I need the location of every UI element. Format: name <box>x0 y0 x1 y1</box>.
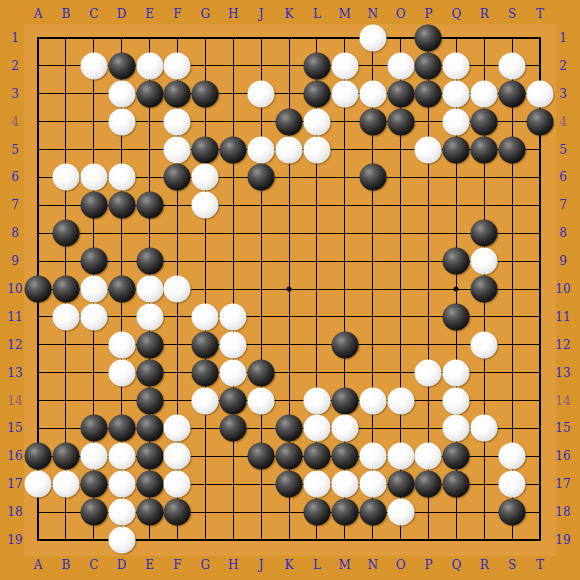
stone-black-D15 <box>108 415 135 442</box>
column-label-bottom-K: K <box>285 559 294 571</box>
stone-white-N14 <box>359 387 386 414</box>
column-label-top-N: N <box>367 8 378 20</box>
stone-white-E10 <box>136 276 163 303</box>
stone-white-D19 <box>108 527 135 554</box>
stone-black-D7 <box>108 192 135 219</box>
stone-white-N3 <box>359 80 386 107</box>
row-label-left-6: 6 <box>11 171 19 183</box>
stone-white-S17 <box>499 471 526 498</box>
stone-white-F15 <box>164 415 191 442</box>
stone-white-R3 <box>471 80 498 107</box>
stone-white-B17 <box>52 471 79 498</box>
stone-white-G11 <box>192 303 219 330</box>
row-label-left-19: 19 <box>7 534 22 546</box>
row-label-right-9: 9 <box>559 255 567 267</box>
stone-white-C16 <box>80 443 107 470</box>
row-label-left-2: 2 <box>11 60 19 72</box>
stone-black-K17 <box>276 471 303 498</box>
column-label-bottom-Q: Q <box>451 559 461 571</box>
stone-black-J13 <box>248 359 275 386</box>
stone-black-B8 <box>52 220 79 247</box>
stone-white-D17 <box>108 471 135 498</box>
stone-white-L14 <box>303 387 330 414</box>
stone-black-E9 <box>136 248 163 275</box>
stone-black-B16 <box>52 443 79 470</box>
row-label-left-18: 18 <box>7 506 22 518</box>
stone-white-Q14 <box>443 387 470 414</box>
row-label-left-7: 7 <box>11 199 19 211</box>
stone-white-O2 <box>387 52 414 79</box>
stone-black-J6 <box>248 164 275 191</box>
stone-black-E12 <box>136 331 163 358</box>
stone-black-E13 <box>136 359 163 386</box>
stone-white-J3 <box>248 80 275 107</box>
column-label-bottom-F: F <box>173 559 181 571</box>
stone-white-Q3 <box>443 80 470 107</box>
stone-white-A17 <box>25 471 52 498</box>
stone-black-A16 <box>25 443 52 470</box>
stone-white-C10 <box>80 276 107 303</box>
stone-white-L15 <box>303 415 330 442</box>
stone-black-L16 <box>303 443 330 470</box>
stone-black-F6 <box>164 164 191 191</box>
stone-black-S5 <box>499 136 526 163</box>
row-label-right-8: 8 <box>559 227 567 239</box>
stone-white-S2 <box>499 52 526 79</box>
stone-black-R8 <box>471 220 498 247</box>
column-label-top-J: J <box>259 8 264 20</box>
row-label-right-2: 2 <box>559 60 567 72</box>
stone-black-L18 <box>303 499 330 526</box>
column-label-top-A: A <box>34 8 43 20</box>
row-label-right-14: 14 <box>555 395 570 407</box>
stone-black-M18 <box>331 499 358 526</box>
stone-black-P3 <box>415 80 442 107</box>
row-label-right-11: 11 <box>555 311 570 323</box>
stone-black-F18 <box>164 499 191 526</box>
row-label-left-1: 1 <box>11 32 19 44</box>
row-label-left-4: 4 <box>11 116 19 128</box>
row-label-right-3: 3 <box>559 88 567 100</box>
stone-white-G14 <box>192 387 219 414</box>
stone-black-C15 <box>80 415 107 442</box>
row-label-right-13: 13 <box>555 367 570 379</box>
row-label-left-13: 13 <box>7 367 22 379</box>
row-label-left-17: 17 <box>7 478 22 490</box>
stone-white-T3 <box>527 80 554 107</box>
stone-black-R4 <box>471 108 498 135</box>
column-label-bottom-E: E <box>145 559 154 571</box>
column-label-bottom-B: B <box>61 559 70 571</box>
stone-black-E18 <box>136 499 163 526</box>
row-label-left-12: 12 <box>7 339 22 351</box>
stone-white-B11 <box>52 303 79 330</box>
row-label-right-17: 17 <box>555 478 570 490</box>
row-label-left-15: 15 <box>7 422 22 434</box>
row-label-right-4: 4 <box>559 116 567 128</box>
row-label-left-8: 8 <box>11 227 19 239</box>
column-label-bottom-C: C <box>89 559 98 571</box>
column-label-top-B: B <box>61 8 70 20</box>
stone-white-N16 <box>359 443 386 470</box>
stone-white-Q15 <box>443 415 470 442</box>
column-label-bottom-R: R <box>480 559 489 571</box>
stone-black-E17 <box>136 471 163 498</box>
stone-black-K4 <box>276 108 303 135</box>
stone-white-R12 <box>471 331 498 358</box>
stone-black-H15 <box>220 415 247 442</box>
stone-white-L17 <box>303 471 330 498</box>
stone-white-P13 <box>415 359 442 386</box>
column-label-bottom-O: O <box>396 559 406 571</box>
stone-black-G13 <box>192 359 219 386</box>
column-label-top-E: E <box>145 8 154 20</box>
column-label-bottom-H: H <box>228 559 238 571</box>
stone-black-J16 <box>248 443 275 470</box>
row-label-right-19: 19 <box>555 534 570 546</box>
stone-white-J14 <box>248 387 275 414</box>
stone-white-R9 <box>471 248 498 275</box>
column-label-bottom-T: T <box>536 559 544 571</box>
column-label-top-T: T <box>536 8 544 20</box>
stone-black-O4 <box>387 108 414 135</box>
column-label-top-K: K <box>285 8 294 20</box>
stone-white-Q4 <box>443 108 470 135</box>
stone-black-F3 <box>164 80 191 107</box>
stone-white-F16 <box>164 443 191 470</box>
stone-black-G12 <box>192 331 219 358</box>
row-label-right-18: 18 <box>555 506 570 518</box>
stone-black-Q16 <box>443 443 470 470</box>
column-label-top-F: F <box>173 8 181 20</box>
column-label-bottom-G: G <box>201 559 211 571</box>
stone-white-G6 <box>192 164 219 191</box>
row-label-right-15: 15 <box>555 422 570 434</box>
stone-black-E14 <box>136 387 163 414</box>
stone-white-M17 <box>331 471 358 498</box>
stone-black-R10 <box>471 276 498 303</box>
stone-white-D16 <box>108 443 135 470</box>
stone-white-O14 <box>387 387 414 414</box>
column-label-bottom-D: D <box>117 559 127 571</box>
stone-black-R5 <box>471 136 498 163</box>
row-label-right-12: 12 <box>555 339 570 351</box>
stone-white-F2 <box>164 52 191 79</box>
stone-black-E16 <box>136 443 163 470</box>
stone-white-E11 <box>136 303 163 330</box>
row-label-left-9: 9 <box>11 255 19 267</box>
row-label-left-16: 16 <box>7 450 22 462</box>
row-label-right-5: 5 <box>559 144 567 156</box>
stone-black-B10 <box>52 276 79 303</box>
column-label-top-C: C <box>89 8 98 20</box>
row-label-right-1: 1 <box>559 32 567 44</box>
stone-black-E15 <box>136 415 163 442</box>
stone-white-D4 <box>108 108 135 135</box>
stone-white-D6 <box>108 164 135 191</box>
stone-white-H11 <box>220 303 247 330</box>
column-label-top-P: P <box>424 8 432 20</box>
stone-black-C17 <box>80 471 107 498</box>
stone-white-F17 <box>164 471 191 498</box>
stone-black-O3 <box>387 80 414 107</box>
stone-white-D12 <box>108 331 135 358</box>
stone-white-P5 <box>415 136 442 163</box>
row-label-left-5: 5 <box>11 144 19 156</box>
column-label-top-L: L <box>313 8 321 20</box>
stone-black-M12 <box>331 331 358 358</box>
stone-black-H5 <box>220 136 247 163</box>
row-label-right-6: 6 <box>559 171 567 183</box>
stone-white-C2 <box>80 52 107 79</box>
column-label-bottom-J: J <box>259 559 264 571</box>
row-label-right-10: 10 <box>555 283 570 295</box>
stone-black-E3 <box>136 80 163 107</box>
stone-white-L4 <box>303 108 330 135</box>
row-label-right-16: 16 <box>555 450 570 462</box>
star-point-K10 <box>287 287 292 292</box>
stone-white-N1 <box>359 25 386 52</box>
row-label-left-3: 3 <box>11 88 19 100</box>
stone-black-D10 <box>108 276 135 303</box>
stone-black-K15 <box>276 415 303 442</box>
stone-white-F5 <box>164 136 191 163</box>
column-label-bottom-L: L <box>313 559 321 571</box>
column-label-top-D: D <box>117 8 127 20</box>
stone-black-S3 <box>499 80 526 107</box>
stone-white-Q2 <box>443 52 470 79</box>
row-label-left-14: 14 <box>7 395 22 407</box>
stone-black-H14 <box>220 387 247 414</box>
stone-black-Q5 <box>443 136 470 163</box>
stone-white-O16 <box>387 443 414 470</box>
stone-white-K5 <box>276 136 303 163</box>
column-label-bottom-M: M <box>339 559 351 571</box>
stone-white-E2 <box>136 52 163 79</box>
stone-black-L3 <box>303 80 330 107</box>
column-label-bottom-A: A <box>34 559 43 571</box>
stone-white-H12 <box>220 331 247 358</box>
stone-white-S16 <box>499 443 526 470</box>
stone-black-P2 <box>415 52 442 79</box>
column-label-top-R: R <box>480 8 489 20</box>
column-label-top-H: H <box>228 8 238 20</box>
stone-black-N6 <box>359 164 386 191</box>
stone-white-R15 <box>471 415 498 442</box>
goban[interactable]: AABBCCDDEEFFGGHHJJKKLLMMNNOOPPQQRRSSTT11… <box>0 0 580 580</box>
star-point-Q10 <box>454 287 459 292</box>
stone-black-C9 <box>80 248 107 275</box>
stone-white-M2 <box>331 52 358 79</box>
stone-white-L5 <box>303 136 330 163</box>
stone-white-F10 <box>164 276 191 303</box>
stone-white-Q13 <box>443 359 470 386</box>
column-label-top-M: M <box>339 8 351 20</box>
stone-black-G5 <box>192 136 219 163</box>
stone-black-O17 <box>387 471 414 498</box>
stone-white-F4 <box>164 108 191 135</box>
stone-white-J5 <box>248 136 275 163</box>
stone-black-C7 <box>80 192 107 219</box>
stone-white-D3 <box>108 80 135 107</box>
stone-white-M15 <box>331 415 358 442</box>
column-label-top-O: O <box>396 8 406 20</box>
stone-white-N17 <box>359 471 386 498</box>
stone-black-D2 <box>108 52 135 79</box>
stone-white-H13 <box>220 359 247 386</box>
stone-black-L2 <box>303 52 330 79</box>
stone-black-S18 <box>499 499 526 526</box>
stone-black-N18 <box>359 499 386 526</box>
stone-black-M16 <box>331 443 358 470</box>
stone-white-G7 <box>192 192 219 219</box>
stone-black-N4 <box>359 108 386 135</box>
stone-black-T4 <box>527 108 554 135</box>
stone-black-K16 <box>276 443 303 470</box>
stone-black-C18 <box>80 499 107 526</box>
column-label-bottom-P: P <box>424 559 432 571</box>
stone-white-C11 <box>80 303 107 330</box>
stone-black-Q9 <box>443 248 470 275</box>
row-label-left-10: 10 <box>7 283 22 295</box>
stone-white-D13 <box>108 359 135 386</box>
row-label-right-7: 7 <box>559 199 567 211</box>
stone-black-A10 <box>25 276 52 303</box>
stone-white-P16 <box>415 443 442 470</box>
stone-black-P17 <box>415 471 442 498</box>
stone-black-Q17 <box>443 471 470 498</box>
stone-white-O18 <box>387 499 414 526</box>
stone-black-E7 <box>136 192 163 219</box>
stone-white-B6 <box>52 164 79 191</box>
stone-white-D18 <box>108 499 135 526</box>
stone-white-M3 <box>331 80 358 107</box>
column-label-bottom-N: N <box>367 559 378 571</box>
column-label-top-Q: Q <box>451 8 461 20</box>
column-label-top-G: G <box>201 8 211 20</box>
stone-black-P1 <box>415 25 442 52</box>
row-label-left-11: 11 <box>7 311 22 323</box>
stone-black-G3 <box>192 80 219 107</box>
stone-black-M14 <box>331 387 358 414</box>
column-label-top-S: S <box>508 8 516 20</box>
stone-black-Q11 <box>443 303 470 330</box>
stone-white-C6 <box>80 164 107 191</box>
column-label-bottom-S: S <box>508 559 516 571</box>
